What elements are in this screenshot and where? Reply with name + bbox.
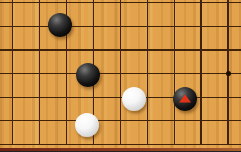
grid-horizontal-line	[0, 2, 241, 3]
black-stone[interactable]	[48, 13, 72, 37]
grid-horizontal-line	[0, 26, 241, 27]
white-stone[interactable]	[75, 113, 99, 137]
black-stone[interactable]	[76, 63, 100, 87]
star-point	[226, 71, 231, 76]
grid-horizontal-line	[0, 144, 241, 145]
grid-horizontal-line	[0, 97, 241, 98]
go-board[interactable]	[0, 0, 241, 151]
black-stone[interactable]	[173, 87, 197, 111]
white-stone[interactable]	[122, 87, 146, 111]
last-move-triangle-icon	[179, 94, 191, 102]
grid-horizontal-line	[0, 49, 241, 50]
grid-horizontal-line	[0, 73, 241, 74]
grid-horizontal-line	[0, 120, 241, 121]
board-bottom-edge	[0, 148, 241, 152]
